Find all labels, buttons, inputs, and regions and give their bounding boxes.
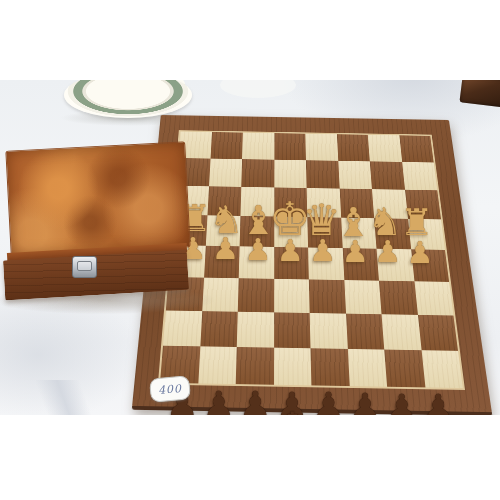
square-b5	[377, 249, 415, 282]
lot-label: 400	[149, 375, 191, 402]
square-c1	[337, 134, 370, 161]
square-a2	[402, 162, 438, 190]
square-g5	[204, 246, 240, 279]
square-f2	[241, 159, 274, 187]
square-g1	[210, 132, 243, 159]
square-d2	[306, 160, 339, 188]
clasp-icon	[72, 256, 97, 278]
square-b7	[382, 314, 422, 350]
square-d1	[305, 134, 338, 161]
square-b3	[372, 189, 408, 219]
square-b1	[368, 135, 402, 162]
square-e5	[274, 247, 309, 280]
square-c7	[346, 314, 385, 350]
square-c2	[338, 161, 372, 189]
square-a8	[421, 350, 463, 388]
square-c3	[339, 189, 374, 219]
square-c4	[341, 218, 377, 249]
square-g3	[207, 186, 241, 216]
square-a4	[408, 219, 445, 250]
square-a7	[417, 315, 458, 351]
square-e1	[274, 133, 306, 160]
square-a6	[414, 281, 453, 315]
square-e6	[274, 279, 310, 313]
board-grid	[160, 132, 463, 389]
square-f4	[240, 216, 274, 247]
square-f1	[242, 133, 274, 160]
square-a3	[405, 190, 441, 220]
square-b4	[374, 218, 411, 249]
square-a1	[399, 135, 434, 162]
square-f3	[240, 187, 273, 217]
square-g6	[202, 278, 239, 312]
square-e2	[274, 160, 307, 188]
square-e3	[274, 187, 307, 217]
square-b6	[379, 281, 418, 315]
square-c5	[342, 248, 379, 281]
square-g7	[200, 311, 238, 347]
square-d4	[307, 217, 342, 248]
square-g4	[205, 215, 240, 246]
square-d5	[308, 248, 344, 281]
square-c8	[347, 349, 387, 387]
square-g8	[198, 346, 237, 384]
square-a5	[411, 249, 449, 282]
square-h7	[163, 310, 202, 346]
square-e4	[274, 216, 308, 247]
square-e7	[274, 312, 311, 348]
square-f7	[237, 312, 274, 348]
auction-photo: ♜♞♝♚♛♝♞♜♟♟♟♟♟♟♟♟♟♟♟♟♟♟♟♟♜♞♝♚♛♝♞♜ 400	[0, 0, 500, 500]
square-c6	[344, 280, 382, 314]
square-f8	[236, 347, 274, 385]
square-d3	[307, 188, 341, 218]
square-d6	[309, 279, 346, 313]
square-d7	[310, 313, 348, 349]
box-lid	[5, 141, 190, 256]
square-d8	[310, 348, 349, 386]
photo-region: ♜♞♝♚♛♝♞♜♟♟♟♟♟♟♟♟♟♟♟♟♟♟♟♟♜♞♝♚♛♝♞♜ 400	[0, 80, 500, 415]
square-e8	[274, 348, 312, 386]
square-f6	[238, 278, 274, 312]
square-b8	[384, 350, 425, 388]
square-b2	[370, 161, 405, 189]
square-g2	[209, 159, 242, 187]
lot-number: 400	[157, 381, 182, 396]
square-f5	[239, 246, 274, 279]
